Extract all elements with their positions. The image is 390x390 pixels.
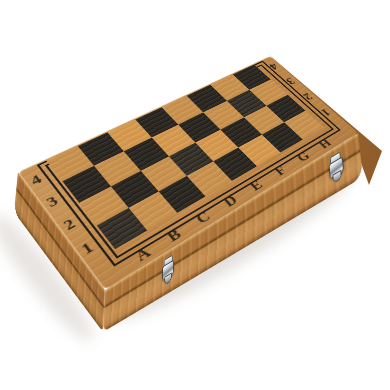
product-photo-stage: ABCDEFGH43214321	[0, 0, 390, 390]
